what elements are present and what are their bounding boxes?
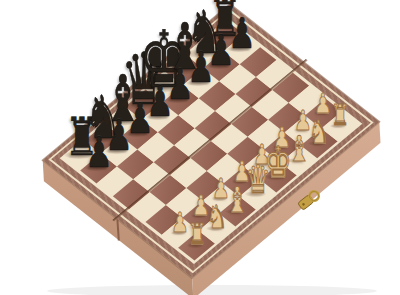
chess-set-photo: ♜♞♝♛♚♝♞♜♟♟♟♟♟♟♟♟♟♟♟♟♟♟♟♟♜♞♝♛♚♝♞♜ [0,0,400,295]
ground-shadow [47,285,377,295]
box-side-seam [117,219,118,240]
